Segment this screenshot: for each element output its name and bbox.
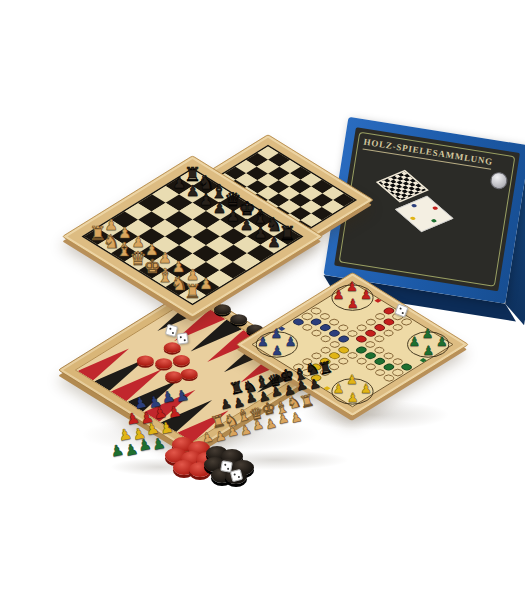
- black-chess-piece: ♟: [267, 235, 280, 250]
- black-chess-piece: ♟: [186, 184, 199, 199]
- black-chess-piece: ♜: [279, 224, 296, 243]
- ludo-pawn-red: ♟: [361, 288, 373, 301]
- label-green-pawns: [430, 219, 437, 223]
- ludo-pawn-green: ♟: [422, 326, 434, 339]
- loose-wood-chess-piece: ♟: [289, 410, 303, 425]
- ludo-pawn-green: ♟: [422, 344, 434, 357]
- ludo-pawn-blue: ♟: [257, 335, 269, 348]
- ludo-pawn-green: ♟: [436, 335, 448, 348]
- ludo-pawn-green: ♟: [408, 335, 420, 348]
- wood-chess-piece: ♟: [199, 277, 212, 292]
- wood-chess-piece: ♜: [184, 282, 201, 301]
- ludo-pawn-blue: ♟: [285, 335, 297, 348]
- backgammon-point: [183, 320, 242, 357]
- ludo-pawn-yellow: ♟: [361, 382, 373, 395]
- ludo-pawn-yellow: ♟: [347, 373, 359, 386]
- loose-ludo-pawn-green: ♟: [151, 436, 167, 453]
- black-chess-piece: ♟: [226, 210, 239, 225]
- loose-black-chess-piece: ♜: [317, 359, 335, 378]
- ludo-pawn-red: ♟: [347, 280, 359, 293]
- black-chess-piece: ♟: [240, 218, 253, 233]
- loose-black-chess-piece: ♟: [307, 376, 321, 391]
- product-photo-wooden-game-compendium: HOLZ-SPIELESAMMLUNG ♜♞♝♛♚♝♞♜♟♟♟♟♟♟♟♟♟: [0, 0, 525, 600]
- backgammon-checker-red: [160, 340, 184, 355]
- backgammon-point: [77, 344, 136, 381]
- black-chess-piece: ♟: [213, 201, 226, 216]
- backgammon-checker-red: [169, 353, 193, 368]
- ludo-pawn-red: ♟: [333, 288, 345, 301]
- black-chess-piece: ♟: [172, 176, 185, 191]
- label-red-pawns: [432, 206, 439, 210]
- label-yellow-pawns: [409, 216, 416, 220]
- ludo-pawn-blue: ♟: [271, 344, 283, 357]
- black-chess-piece: ♟: [199, 193, 212, 208]
- ludo-pawn-red: ♟: [347, 297, 359, 310]
- box-label: HOLZ-SPIELESAMMLUNG: [334, 127, 520, 291]
- label-blue-pawns: [411, 203, 418, 207]
- loose-wood-chess-piece: ♜: [298, 392, 316, 411]
- black-chess-piece: ♟: [253, 226, 266, 241]
